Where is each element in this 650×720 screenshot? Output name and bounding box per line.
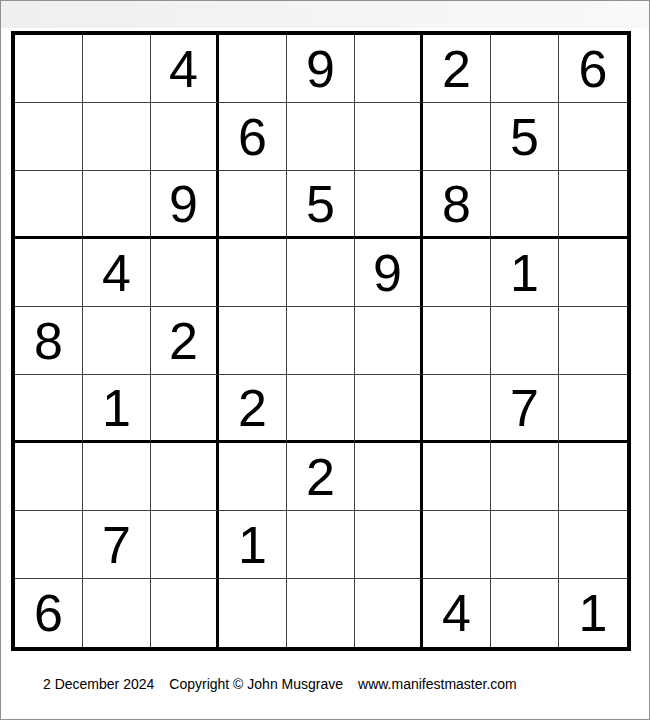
cell-r7c9[interactable] — [559, 443, 627, 511]
cell-r1c5[interactable]: 9 — [287, 35, 355, 103]
cell-r9c6[interactable] — [355, 579, 423, 647]
cell-r9c1[interactable]: 6 — [15, 579, 83, 647]
cell-r4c4[interactable] — [219, 239, 287, 307]
cell-r5c6[interactable] — [355, 307, 423, 375]
cell-r4c3[interactable] — [151, 239, 219, 307]
cell-r6c6[interactable] — [355, 375, 423, 443]
cell-r3c2[interactable] — [83, 171, 151, 239]
top-band — [1, 1, 649, 28]
cell-r4c2[interactable]: 4 — [83, 239, 151, 307]
cell-r1c3[interactable]: 4 — [151, 35, 219, 103]
cell-r5c4[interactable] — [219, 307, 287, 375]
puzzle-page: 49266595849182127271641 2 December 2024 … — [0, 0, 650, 720]
cell-r2c6[interactable] — [355, 103, 423, 171]
cell-r7c4[interactable] — [219, 443, 287, 511]
cell-r3c4[interactable] — [219, 171, 287, 239]
cell-r8c1[interactable] — [15, 511, 83, 579]
footer-copyright: Copyright © John Musgrave — [169, 676, 343, 692]
cell-r3c7[interactable]: 8 — [423, 171, 491, 239]
cell-r5c5[interactable] — [287, 307, 355, 375]
cell-r1c6[interactable] — [355, 35, 423, 103]
cell-r8c3[interactable] — [151, 511, 219, 579]
cell-r1c4[interactable] — [219, 35, 287, 103]
cell-r3c8[interactable] — [491, 171, 559, 239]
cell-r1c9[interactable]: 6 — [559, 35, 627, 103]
cell-r7c8[interactable] — [491, 443, 559, 511]
cell-r6c1[interactable] — [15, 375, 83, 443]
cell-r9c5[interactable] — [287, 579, 355, 647]
cell-r2c4[interactable]: 6 — [219, 103, 287, 171]
sudoku-grid: 49266595849182127271641 — [11, 31, 631, 651]
footer-date: 2 December 2024 — [43, 676, 154, 692]
cell-r7c7[interactable] — [423, 443, 491, 511]
cell-r5c8[interactable] — [491, 307, 559, 375]
cell-r3c1[interactable] — [15, 171, 83, 239]
cell-r9c2[interactable] — [83, 579, 151, 647]
cell-r8c5[interactable] — [287, 511, 355, 579]
cell-r8c6[interactable] — [355, 511, 423, 579]
cell-r1c1[interactable] — [15, 35, 83, 103]
cell-r6c2[interactable]: 1 — [83, 375, 151, 443]
cell-r5c9[interactable] — [559, 307, 627, 375]
cell-r3c5[interactable]: 5 — [287, 171, 355, 239]
footer: 2 December 2024 Copyright © John Musgrav… — [43, 676, 517, 692]
cell-r7c3[interactable] — [151, 443, 219, 511]
cell-r7c5[interactable]: 2 — [287, 443, 355, 511]
cell-r4c6[interactable]: 9 — [355, 239, 423, 307]
cell-r8c8[interactable] — [491, 511, 559, 579]
cell-r1c8[interactable] — [491, 35, 559, 103]
cell-r4c5[interactable] — [287, 239, 355, 307]
cell-r4c8[interactable]: 1 — [491, 239, 559, 307]
cell-r8c2[interactable]: 7 — [83, 511, 151, 579]
cell-r4c7[interactable] — [423, 239, 491, 307]
cell-r5c7[interactable] — [423, 307, 491, 375]
cell-r5c2[interactable] — [83, 307, 151, 375]
cell-r5c1[interactable]: 8 — [15, 307, 83, 375]
cell-r6c9[interactable] — [559, 375, 627, 443]
cell-r9c9[interactable]: 1 — [559, 579, 627, 647]
cell-r6c3[interactable] — [151, 375, 219, 443]
cell-r9c8[interactable] — [491, 579, 559, 647]
cell-r1c2[interactable] — [83, 35, 151, 103]
cell-r2c1[interactable] — [15, 103, 83, 171]
cell-r3c6[interactable] — [355, 171, 423, 239]
cell-r3c9[interactable] — [559, 171, 627, 239]
cell-r4c9[interactable] — [559, 239, 627, 307]
cell-r4c1[interactable] — [15, 239, 83, 307]
cell-r6c5[interactable] — [287, 375, 355, 443]
cell-r7c1[interactable] — [15, 443, 83, 511]
cell-r7c2[interactable] — [83, 443, 151, 511]
cell-r6c7[interactable] — [423, 375, 491, 443]
cell-r8c4[interactable]: 1 — [219, 511, 287, 579]
cell-r8c7[interactable] — [423, 511, 491, 579]
cell-r9c3[interactable] — [151, 579, 219, 647]
footer-website[interactable]: www.manifestmaster.com — [358, 676, 517, 692]
cell-r6c8[interactable]: 7 — [491, 375, 559, 443]
cell-r7c6[interactable] — [355, 443, 423, 511]
cell-r2c2[interactable] — [83, 103, 151, 171]
cell-r3c3[interactable]: 9 — [151, 171, 219, 239]
cell-r8c9[interactable] — [559, 511, 627, 579]
cell-r9c7[interactable]: 4 — [423, 579, 491, 647]
cell-r2c3[interactable] — [151, 103, 219, 171]
cell-r1c7[interactable]: 2 — [423, 35, 491, 103]
cell-r2c8[interactable]: 5 — [491, 103, 559, 171]
cell-r2c7[interactable] — [423, 103, 491, 171]
cell-r5c3[interactable]: 2 — [151, 307, 219, 375]
cell-r2c5[interactable] — [287, 103, 355, 171]
cell-r9c4[interactable] — [219, 579, 287, 647]
cell-r2c9[interactable] — [559, 103, 627, 171]
cell-r6c4[interactable]: 2 — [219, 375, 287, 443]
